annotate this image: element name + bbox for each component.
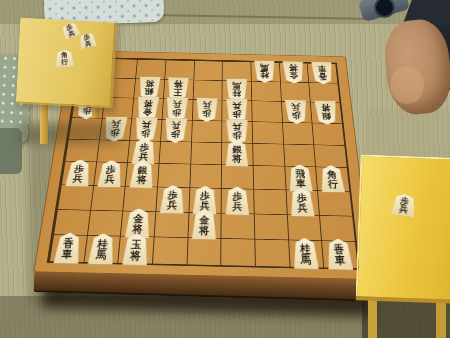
- board-cell[interactable]: [253, 189, 286, 214]
- piece-kanji: 歩: [292, 112, 302, 121]
- board-cell[interactable]: [164, 60, 194, 80]
- piece-kanji: 馬: [260, 64, 269, 72]
- board-cell[interactable]: 玉将: [118, 236, 154, 264]
- piece-kanji: 歩: [82, 107, 92, 116]
- board-cell[interactable]: 歩兵: [127, 140, 160, 163]
- board-cell[interactable]: [280, 81, 310, 102]
- board-cell[interactable]: 歩兵: [155, 187, 189, 212]
- board-cell[interactable]: [190, 141, 222, 164]
- piece-kanji: 銀: [144, 88, 154, 96]
- board-cell[interactable]: [189, 164, 221, 188]
- board-cell[interactable]: [135, 59, 165, 79]
- player-hand: [381, 17, 450, 117]
- piece-kanji: 兵: [72, 173, 83, 183]
- piece-kanji: 香: [318, 73, 327, 81]
- shogi-piece-L-sente[interactable]: 香車: [53, 232, 83, 264]
- shogi-piece-P-sente[interactable]: 歩兵: [289, 188, 315, 217]
- board-cell[interactable]: 飛車: [284, 166, 317, 190]
- shogi-piece-P-gote[interactable]: 歩兵: [284, 100, 308, 125]
- piece-kanji: 将: [130, 249, 141, 260]
- piece-kanji: 桂: [232, 90, 241, 98]
- piece-kanji: 歩: [171, 130, 181, 139]
- shogi-piece-P-sente[interactable]: 歩兵: [97, 160, 124, 188]
- shogi-piece-P-sente[interactable]: 歩兵: [159, 185, 185, 214]
- board-cell[interactable]: [159, 141, 191, 164]
- shogi-piece-K-sente[interactable]: 玉将: [122, 234, 150, 266]
- board-cell[interactable]: [251, 81, 281, 102]
- piece-kanji: 歩: [172, 109, 181, 118]
- board-cell[interactable]: 歩兵: [221, 188, 254, 213]
- piece-kanji: 銀: [321, 112, 331, 121]
- piece-kanji: 将: [174, 81, 183, 89]
- piece-kanji: 兵: [104, 174, 115, 184]
- piece-kanji: 将: [232, 154, 241, 163]
- piece-kanji: 歩: [202, 110, 211, 119]
- piece-kanji: 兵: [399, 204, 408, 213]
- board-cell[interactable]: [152, 237, 187, 265]
- piece-kanji: 王: [173, 89, 182, 97]
- right-komadai-stand[interactable]: [356, 154, 450, 299]
- piece-kanji: 兵: [167, 199, 177, 209]
- shogi-piece-P-sente[interactable]: 歩兵: [65, 159, 93, 187]
- piece-kanji: 兵: [297, 202, 308, 212]
- board-cell[interactable]: [57, 184, 93, 209]
- piece-kanji: 兵: [232, 200, 242, 210]
- board-cell[interactable]: 桂馬: [222, 80, 251, 100]
- piece-kanji: 車: [296, 178, 306, 188]
- piece-kanji: 兵: [141, 121, 151, 130]
- board-cell[interactable]: [221, 213, 255, 239]
- green-cloth-left: [0, 128, 22, 174]
- board-cell[interactable]: 歩兵: [61, 161, 96, 185]
- shogi-piece-P-gote[interactable]: 歩兵: [164, 118, 188, 144]
- shogi-piece-P-gote[interactable]: 歩兵: [195, 98, 218, 123]
- piece-kanji: 馬: [300, 253, 311, 264]
- shogi-piece-B-sente[interactable]: 角行: [319, 165, 345, 193]
- piece-kanji: 兵: [171, 122, 181, 131]
- piece-kanji: 将: [145, 80, 154, 88]
- piece-kanji: 歩: [140, 129, 150, 138]
- shogi-piece-L-gote[interactable]: 香車: [310, 62, 334, 85]
- board-cell[interactable]: [192, 80, 222, 100]
- piece-kanji: 兵: [200, 200, 210, 210]
- board-cell[interactable]: 銀将: [221, 142, 252, 165]
- board-cell[interactable]: [221, 238, 255, 266]
- piece-kanji: 兵: [84, 40, 92, 48]
- board-cell[interactable]: 桂馬: [288, 240, 324, 268]
- board-cell[interactable]: [193, 60, 222, 80]
- board-cell[interactable]: [222, 61, 251, 81]
- piece-kanji: 兵: [232, 102, 241, 110]
- board-cell[interactable]: 銀将: [134, 78, 165, 98]
- piece-kanji: 兵: [202, 102, 211, 110]
- piece-kanji: 金: [289, 72, 298, 80]
- board-cell[interactable]: 香車: [321, 241, 358, 269]
- board-cell[interactable]: 歩兵: [160, 119, 191, 141]
- board-cell[interactable]: 金将: [132, 98, 163, 119]
- piece-kanji: 馬: [232, 82, 241, 90]
- shogi-piece-S-sente[interactable]: 銀将: [129, 161, 155, 189]
- board-cell[interactable]: [254, 239, 289, 267]
- board-cell[interactable]: [287, 214, 322, 240]
- board-cell[interactable]: 歩兵: [285, 190, 319, 215]
- piece-kanji: 将: [289, 64, 298, 72]
- piece-kanji: 行: [327, 179, 338, 189]
- piece-kanji: 車: [61, 248, 73, 259]
- board-cell[interactable]: 金将: [187, 212, 221, 238]
- board-cell[interactable]: [87, 210, 123, 236]
- shogi-piece-S-gote[interactable]: 銀将: [314, 100, 339, 125]
- board-cell[interactable]: [191, 120, 222, 142]
- left-stand-shadow: [20, 122, 120, 144]
- piece-kanji: 歩: [232, 110, 241, 119]
- board-cell[interactable]: [251, 101, 281, 122]
- board-cell[interactable]: [312, 123, 344, 145]
- shogi-piece-R-sente[interactable]: 飛車: [288, 164, 314, 192]
- board-cell[interactable]: 桂馬: [83, 235, 120, 263]
- shogi-piece-N-gote[interactable]: 桂馬: [254, 60, 276, 83]
- board-cell[interactable]: [154, 211, 188, 237]
- piece-kanji: 桂: [261, 71, 270, 79]
- board-cell[interactable]: [282, 122, 314, 144]
- board-cell[interactable]: 金将: [120, 210, 155, 236]
- board-cell[interactable]: [314, 144, 347, 167]
- piece-kanji: 兵: [138, 151, 148, 160]
- right-stand-leg: [368, 298, 377, 338]
- piece-kanji: 歩: [232, 132, 241, 141]
- board-cell[interactable]: [254, 213, 288, 239]
- board-cell[interactable]: 歩兵: [162, 99, 193, 120]
- piece-kanji: 将: [132, 223, 143, 234]
- board-cell[interactable]: 銀将: [125, 162, 159, 186]
- piece-kanji: 将: [321, 104, 331, 112]
- board-cell[interactable]: [90, 185, 125, 210]
- board-cell[interactable]: 桂馬: [250, 62, 279, 82]
- board-cell[interactable]: [221, 165, 253, 189]
- board-cell[interactable]: [252, 143, 284, 166]
- board-cell[interactable]: [53, 209, 90, 235]
- piece-kanji: 金: [142, 108, 152, 117]
- board-cell[interactable]: 歩兵: [192, 99, 222, 120]
- board-cell[interactable]: 歩兵: [129, 119, 161, 141]
- board-cell[interactable]: [157, 163, 190, 187]
- piece-kanji: 将: [136, 174, 146, 184]
- board-cell[interactable]: 金将: [279, 62, 309, 82]
- board-cell[interactable]: [186, 237, 221, 265]
- shogi-piece-S-sente[interactable]: 銀将: [225, 140, 249, 167]
- shogi-piece-P-sente[interactable]: 歩兵: [131, 138, 156, 165]
- piece-kanji: 兵: [232, 123, 241, 132]
- shogi-scene: 香車桂馬金将香車銀将王将桂馬歩兵金将歩兵歩兵歩兵歩兵銀将歩兵歩兵歩兵歩兵歩兵銀将…: [0, 0, 450, 338]
- shogi-piece-P-sente[interactable]: 歩兵: [225, 186, 250, 215]
- piece-kanji: 兵: [291, 104, 301, 112]
- board-cell[interactable]: 王将: [163, 79, 193, 99]
- board-cell[interactable]: 角行: [315, 167, 349, 191]
- board-cell[interactable]: 銀将: [310, 102, 342, 123]
- piece-kanji: 兵: [67, 29, 75, 37]
- shogi-piece-G-sente[interactable]: 金将: [124, 208, 151, 238]
- board-cell[interactable]: 歩兵: [222, 121, 253, 143]
- board-cell[interactable]: [309, 82, 340, 103]
- hand-knuckle-highlight: [390, 66, 424, 104]
- piece-kanji: 車: [334, 254, 345, 265]
- piece-kanji: 行: [61, 58, 68, 65]
- piece-kanji: 車: [317, 65, 326, 73]
- piece-kanji: 兵: [173, 101, 182, 109]
- shogi-piece-G-gote[interactable]: 金将: [282, 61, 305, 84]
- piece-kanji: 馬: [96, 249, 108, 260]
- shogi-piece-L-sente[interactable]: 香車: [325, 238, 353, 270]
- left-stand-leg: [40, 102, 48, 144]
- board-cell[interactable]: [319, 215, 355, 241]
- board-cell[interactable]: [253, 165, 286, 189]
- board-cell[interactable]: [252, 121, 283, 143]
- shogi-piece-G-sente[interactable]: 金将: [191, 210, 217, 240]
- board-cell[interactable]: 歩兵: [93, 162, 127, 186]
- board-cell[interactable]: 香車: [49, 234, 87, 262]
- board-cell[interactable]: 香車: [307, 63, 337, 83]
- piece-kanji: 将: [143, 100, 153, 108]
- piece-kanji: 将: [199, 225, 209, 236]
- board-cell[interactable]: [317, 190, 352, 215]
- shogi-piece-N-sente[interactable]: 桂馬: [87, 233, 116, 265]
- board-cell[interactable]: 歩兵: [281, 101, 312, 122]
- board-cell[interactable]: 歩兵: [188, 187, 221, 212]
- board-cell[interactable]: [123, 186, 157, 211]
- board-cell[interactable]: 歩兵: [222, 100, 252, 121]
- shogi-piece-N-sente[interactable]: 桂馬: [292, 238, 320, 270]
- board-cell[interactable]: [283, 144, 316, 167]
